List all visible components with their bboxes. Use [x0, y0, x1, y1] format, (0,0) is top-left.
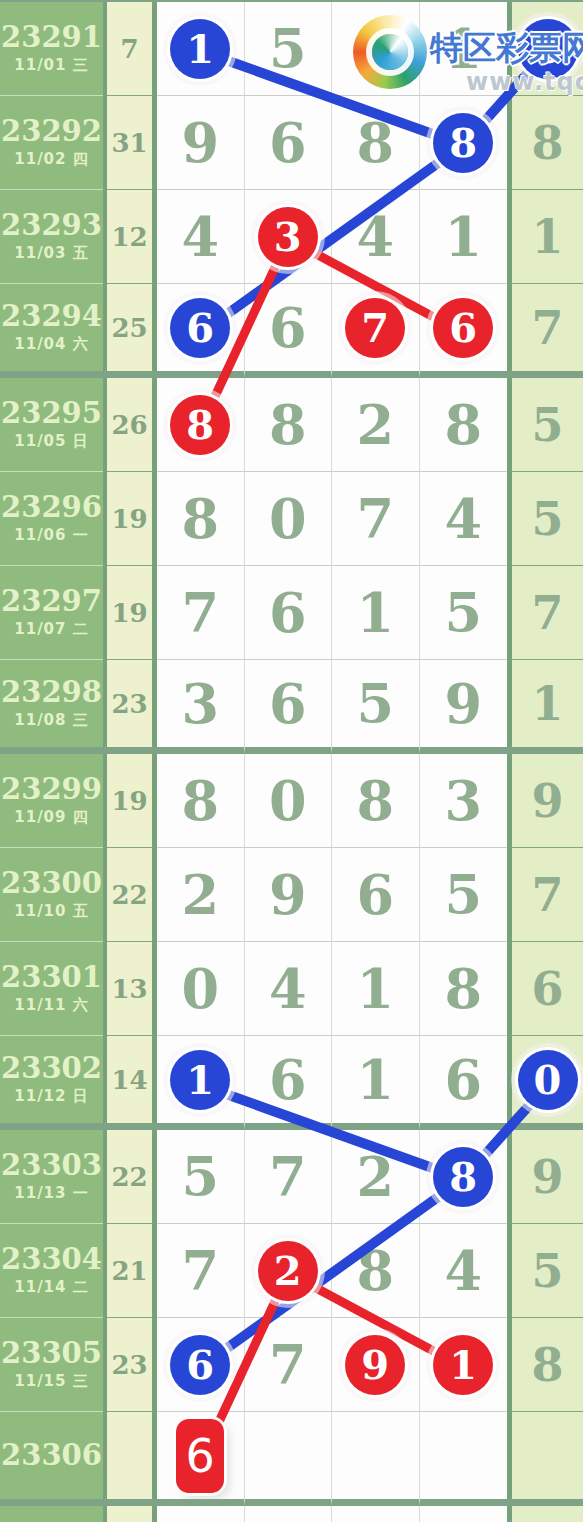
draw-row-23295: 2329511/05 日2688285 [0, 378, 583, 472]
digit-value: 1 [531, 681, 563, 727]
sum-value: 26 [107, 378, 152, 472]
digit-value: 1 [356, 1053, 394, 1107]
digit-cell-d3: 7 [332, 472, 420, 566]
marked-digit: 3 [274, 217, 302, 257]
digit-cell-d1: 6 [157, 1412, 245, 1506]
issue-cell: 2330311/13 一 [0, 1130, 103, 1224]
digit-cell-d3: 2 [332, 1130, 420, 1224]
digit-value: 6 [269, 677, 307, 731]
digit-value: 6 [269, 1053, 307, 1107]
draw-row-23304: 2330411/14 二2172845 [0, 1224, 583, 1318]
digit-cell-d3: 0 [332, 2, 420, 96]
marked-digit: 2 [274, 1251, 302, 1291]
issue-number: 23293 [1, 210, 102, 240]
issue-cell: 2330511/15 三 [0, 1318, 103, 1412]
sum-value: 25 [107, 284, 152, 378]
issue-number: 23304 [1, 1244, 102, 1274]
digit-value: 8 [181, 492, 219, 546]
digit-cell-d4: 8 [420, 1130, 508, 1224]
issue-date: 11/10 五 [14, 902, 88, 921]
digit-value: 8 [444, 962, 482, 1016]
digit-value: 5 [444, 586, 482, 640]
digit-cell-d2 [245, 1412, 333, 1506]
digit-value: 5 [444, 868, 482, 922]
digit-cell-d4: 9 [420, 660, 508, 754]
sum-value: 23 [107, 660, 152, 754]
digit-value: 6 [531, 966, 563, 1012]
digit-cell [332, 1506, 420, 1522]
issue-date: 11/12 日 [14, 1087, 88, 1106]
digit-cell-d3: 5 [332, 660, 420, 754]
digit-value: 4 [269, 962, 307, 1016]
marked-digit: 6 [449, 308, 477, 348]
badge-digit: 6 [186, 1433, 215, 1479]
issue-cell [0, 1506, 103, 1522]
sum-cell [107, 1506, 152, 1522]
digit-cell-d1: 8 [157, 754, 245, 848]
digit-cell-d3: 7 [332, 284, 420, 378]
issue-number: 23305 [1, 1338, 102, 1368]
digit-cell-d2: 6 [245, 96, 333, 190]
draw-rows: 2329111/01 三7150102329211/02 四3196888232… [0, 2, 583, 1506]
issue-number: 23301 [1, 962, 102, 992]
blue-circle-mark: 0 [518, 1050, 578, 1110]
issue-date: 11/02 四 [14, 150, 88, 169]
digit-cell-d3: 1 [332, 1036, 420, 1130]
extra-digit-cell: 7 [512, 566, 583, 660]
digit-cell-d2: 7 [245, 1130, 333, 1224]
issue-date: 11/15 三 [14, 1372, 88, 1391]
digit-cell-d1: 1 [157, 1036, 245, 1130]
digit-value: 0 [269, 492, 307, 546]
marked-digit: 7 [361, 308, 389, 348]
marked-digit: 6 [186, 308, 214, 348]
digit-cell-d3: 8 [332, 1224, 420, 1318]
digit-cell-d3: 4 [332, 190, 420, 284]
digit-value: 7 [531, 872, 563, 918]
issue-cell: 2329711/07 二 [0, 566, 103, 660]
issue-cell: 2329411/04 六 [0, 284, 103, 378]
issue-number: 23306 [1, 1440, 102, 1470]
sum-value [107, 1412, 152, 1506]
draw-row-23298: 2329811/08 三2336591 [0, 660, 583, 754]
digit-value: 0 [269, 774, 307, 828]
digit-cell-d4: 4 [420, 472, 508, 566]
digit-cell-d1: 6 [157, 1318, 245, 1412]
draw-row-23297: 2329711/07 二1976157 [0, 566, 583, 660]
digit-value: 5 [531, 496, 563, 542]
marked-digit: 1 [186, 1060, 214, 1100]
digit-cell-d2: 0 [245, 472, 333, 566]
issue-cell: 2329611/06 一 [0, 472, 103, 566]
digit-cell-d3: 1 [332, 942, 420, 1036]
digit-value: 8 [269, 398, 307, 452]
digit-value: 8 [356, 116, 394, 170]
marked-digit: 1 [186, 29, 214, 69]
digit-cell-d1: 6 [157, 284, 245, 378]
digit-value: 6 [269, 586, 307, 640]
sum-value: 14 [107, 1036, 152, 1130]
digit-value: 7 [181, 1244, 219, 1298]
issue-number: 23303 [1, 1150, 102, 1180]
digit-cell-d3: 8 [332, 754, 420, 848]
digit-value: 4 [444, 492, 482, 546]
extra-digit-cell: 0 [512, 1036, 583, 1130]
issue-number: 23298 [1, 677, 102, 707]
digit-value: 6 [269, 116, 307, 170]
marked-digit: 8 [186, 405, 214, 445]
extra-digit-cell: 5 [512, 1224, 583, 1318]
issue-date: 11/04 六 [14, 335, 88, 354]
digit-value: 7 [531, 590, 563, 636]
next-row-partial [0, 1506, 583, 1522]
digit-cell-d4: 8 [420, 942, 508, 1036]
digit-cell-d1: 1 [157, 2, 245, 96]
issue-date: 11/08 三 [14, 711, 88, 730]
issue-cell: 2330011/10 五 [0, 848, 103, 942]
sum-value: 12 [107, 190, 152, 284]
issue-number: 23300 [1, 868, 102, 898]
digit-cell-d4 [420, 1412, 508, 1506]
digit-value: 1 [531, 214, 563, 260]
digit-cell-d1: 8 [157, 472, 245, 566]
marked-digit: 8 [449, 123, 477, 163]
digit-cell-d2: 5 [245, 2, 333, 96]
digit-value: 2 [181, 868, 219, 922]
blue-circle-mark: 6 [170, 1335, 230, 1395]
digit-value: 4 [356, 210, 394, 264]
marked-digit: 6 [186, 1345, 214, 1385]
digit-value: 4 [181, 210, 219, 264]
digit-cell-d2: 7 [245, 1318, 333, 1412]
digit-value: 7 [356, 492, 394, 546]
digit-cell-d4: 6 [420, 284, 508, 378]
marked-digit: 9 [361, 1345, 389, 1385]
draw-row-23303: 2330311/13 一2257289 [0, 1130, 583, 1224]
digit-cell-d4: 3 [420, 754, 508, 848]
issue-date: 11/06 一 [14, 526, 88, 545]
issue-date: 11/13 一 [14, 1184, 88, 1203]
digit-value: 6 [269, 301, 307, 355]
sum-value: 23 [107, 1318, 152, 1412]
issue-number: 23296 [1, 492, 102, 522]
issue-date: 11/03 五 [14, 244, 88, 263]
marked-digit: 1 [449, 1345, 477, 1385]
issue-cell: 2329211/02 四 [0, 96, 103, 190]
digit-value: 5 [531, 1248, 563, 1294]
digit-cell-d4: 8 [420, 378, 508, 472]
extra-digit-cell: 1 [512, 660, 583, 754]
digit-cell-d3: 2 [332, 378, 420, 472]
issue-date: 11/14 二 [14, 1278, 88, 1297]
digit-value: 7 [181, 586, 219, 640]
issue-cell: 2329911/09 四 [0, 754, 103, 848]
extra-digit-cell: 6 [512, 942, 583, 1036]
predicted-digit-badge: 6 [176, 1419, 224, 1493]
digit-cell-d2: 3 [245, 190, 333, 284]
issue-cell: 2329111/01 三 [0, 2, 103, 96]
digit-cell-d1: 5 [157, 1130, 245, 1224]
digit-cell-d1: 9 [157, 96, 245, 190]
draw-row-23293: 2329311/03 五1243411 [0, 190, 583, 284]
issue-number: 23295 [1, 398, 102, 428]
digit-value: 7 [531, 305, 563, 351]
digit-value: 7 [269, 1150, 307, 1204]
red-circle-mark: 1 [433, 1335, 493, 1395]
marked-digit: 8 [449, 1157, 477, 1197]
digit-cell-d4: 8 [420, 96, 508, 190]
digit-cell-d4: 5 [420, 566, 508, 660]
issue-cell: 2330111/11 六 [0, 942, 103, 1036]
draw-row-23294: 2329411/04 六2566767 [0, 284, 583, 378]
sum-value: 21 [107, 1224, 152, 1318]
extra-digit-cell: 1 [512, 190, 583, 284]
extra-digit-cell: 8 [512, 96, 583, 190]
digit-cell-d2: 6 [245, 1036, 333, 1130]
sum-value: 22 [107, 1130, 152, 1224]
digit-value: 0 [181, 962, 219, 1016]
blue-circle-mark: 1 [170, 19, 230, 79]
digit-cell-d2: 2 [245, 1224, 333, 1318]
digit-value: 6 [356, 868, 394, 922]
issue-date: 11/05 日 [14, 432, 88, 451]
digit-value: 5 [531, 402, 563, 448]
draw-row-23296: 2329611/06 一1980745 [0, 472, 583, 566]
digit-value: 4 [444, 1244, 482, 1298]
blue-circle-mark: 8 [433, 113, 493, 173]
digit-cell-d1: 7 [157, 1224, 245, 1318]
digit-cell-d2: 0 [245, 754, 333, 848]
issue-number: 23299 [1, 774, 102, 804]
red-circle-mark: 8 [170, 395, 230, 455]
digit-cell-d3: 8 [332, 96, 420, 190]
digit-value: 5 [181, 1150, 219, 1204]
sum-value: 7 [107, 2, 152, 96]
digit-value: 9 [269, 868, 307, 922]
digit-cell-d4: 1 [420, 190, 508, 284]
digit-value: 0 [356, 22, 394, 76]
draw-row-23291: 2329111/01 三715010 [0, 2, 583, 96]
digit-cell-d3: 6 [332, 848, 420, 942]
digit-value: 8 [356, 1244, 394, 1298]
lottery-trend-chart: 2329111/01 三7150102329211/02 四3196888232… [0, 0, 583, 1522]
digit-value: 6 [444, 1053, 482, 1107]
digit-value: 8 [531, 120, 563, 166]
extra-digit-cell [512, 1412, 583, 1506]
digit-cell-d4: 4 [420, 1224, 508, 1318]
issue-cell: 2329511/05 日 [0, 378, 103, 472]
red-circle-mark: 2 [258, 1241, 318, 1301]
digit-value: 8 [356, 774, 394, 828]
digit-value: 8 [444, 398, 482, 452]
digit-cell-d2: 4 [245, 942, 333, 1036]
digit-cell-d1: 8 [157, 378, 245, 472]
digit-value: 5 [269, 22, 307, 76]
extra-digit-cell: 5 [512, 472, 583, 566]
issue-number: 23302 [1, 1053, 102, 1083]
digit-cell-d1: 7 [157, 566, 245, 660]
digit-value: 1 [356, 962, 394, 1016]
issue-cell: 2330411/14 二 [0, 1224, 103, 1318]
digit-value: 1 [444, 210, 482, 264]
draw-row-23302: 2330211/12 日1416160 [0, 1036, 583, 1130]
issue-date: 11/01 三 [14, 56, 88, 75]
issue-cell: 2329811/08 三 [0, 660, 103, 754]
extra-digit-cell: 9 [512, 1130, 583, 1224]
sum-value: 31 [107, 96, 152, 190]
blue-circle-mark: 1 [170, 1050, 230, 1110]
digit-cell-d1: 2 [157, 848, 245, 942]
sum-value: 22 [107, 848, 152, 942]
blue-circle-mark: 0 [518, 19, 578, 79]
issue-date: 11/07 二 [14, 620, 88, 639]
digit-cell-d4: 5 [420, 848, 508, 942]
digit-cell-d4: 1 [420, 2, 508, 96]
issue-date: 11/09 四 [14, 808, 88, 827]
issue-number: 23294 [1, 301, 102, 331]
digit-cell-d2: 6 [245, 566, 333, 660]
digit-cell [245, 1506, 333, 1522]
blue-circle-mark: 8 [433, 1147, 493, 1207]
digit-cell-d2: 9 [245, 848, 333, 942]
extra-digit-cell: 7 [512, 284, 583, 378]
extra-digit-cell: 5 [512, 378, 583, 472]
digit-value: 2 [356, 398, 394, 452]
digit-cell-d1: 3 [157, 660, 245, 754]
issue-number: 23297 [1, 586, 102, 616]
marked-digit: 0 [534, 29, 562, 69]
digit-value: 9 [531, 1154, 563, 1200]
draw-row-23301: 2330111/11 六1304186 [0, 942, 583, 1036]
extra-digit-cell [512, 1506, 583, 1522]
draw-row-23305: 2330511/15 三2367918 [0, 1318, 583, 1412]
digit-value: 2 [356, 1150, 394, 1204]
digit-value: 5 [356, 677, 394, 731]
digit-cell-d3 [332, 1412, 420, 1506]
digit-value: 3 [181, 677, 219, 731]
digit-cell-d2: 8 [245, 378, 333, 472]
sum-value: 19 [107, 472, 152, 566]
digit-value: 9 [531, 778, 563, 824]
digit-cell-d4: 6 [420, 1036, 508, 1130]
blue-circle-mark: 6 [170, 298, 230, 358]
sum-value: 19 [107, 754, 152, 848]
digit-cell-d2: 6 [245, 284, 333, 378]
draw-row-23299: 2329911/09 四1980839 [0, 754, 583, 848]
digit-cell-d1: 4 [157, 190, 245, 284]
extra-digit-cell: 0 [512, 2, 583, 96]
digit-cell [420, 1506, 508, 1522]
issue-cell: 2329311/03 五 [0, 190, 103, 284]
red-circle-mark: 3 [258, 207, 318, 267]
digit-cell [157, 1506, 245, 1522]
digit-value: 8 [531, 1342, 563, 1388]
issue-cell: 2330211/12 日 [0, 1036, 103, 1130]
extra-digit-cell: 8 [512, 1318, 583, 1412]
digit-value: 9 [181, 116, 219, 170]
digit-cell-d3: 1 [332, 566, 420, 660]
marked-digit: 0 [534, 1060, 562, 1100]
extra-digit-cell: 7 [512, 848, 583, 942]
digit-value: 9 [444, 677, 482, 731]
red-circle-mark: 9 [345, 1335, 405, 1395]
digit-cell-d4: 1 [420, 1318, 508, 1412]
red-circle-mark: 7 [345, 298, 405, 358]
sum-value: 19 [107, 566, 152, 660]
issue-number: 23291 [1, 22, 102, 52]
digit-value: 1 [356, 586, 394, 640]
issue-cell: 23306 [0, 1412, 103, 1506]
digit-cell-d2: 6 [245, 660, 333, 754]
draw-row-23300: 2330011/10 五2229657 [0, 848, 583, 942]
draw-row-23306: 233066 [0, 1412, 583, 1506]
digit-cell-d1: 0 [157, 942, 245, 1036]
extra-digit-cell: 9 [512, 754, 583, 848]
draw-row-23292: 2329211/02 四3196888 [0, 96, 583, 190]
issue-number: 23292 [1, 116, 102, 146]
digit-value: 8 [181, 774, 219, 828]
red-circle-mark: 6 [433, 298, 493, 358]
sum-value: 13 [107, 942, 152, 1036]
digit-value: 1 [444, 22, 482, 76]
digit-value: 3 [444, 774, 482, 828]
digit-value: 7 [269, 1338, 307, 1392]
digit-cell-d3: 9 [332, 1318, 420, 1412]
issue-date: 11/11 六 [14, 996, 88, 1015]
